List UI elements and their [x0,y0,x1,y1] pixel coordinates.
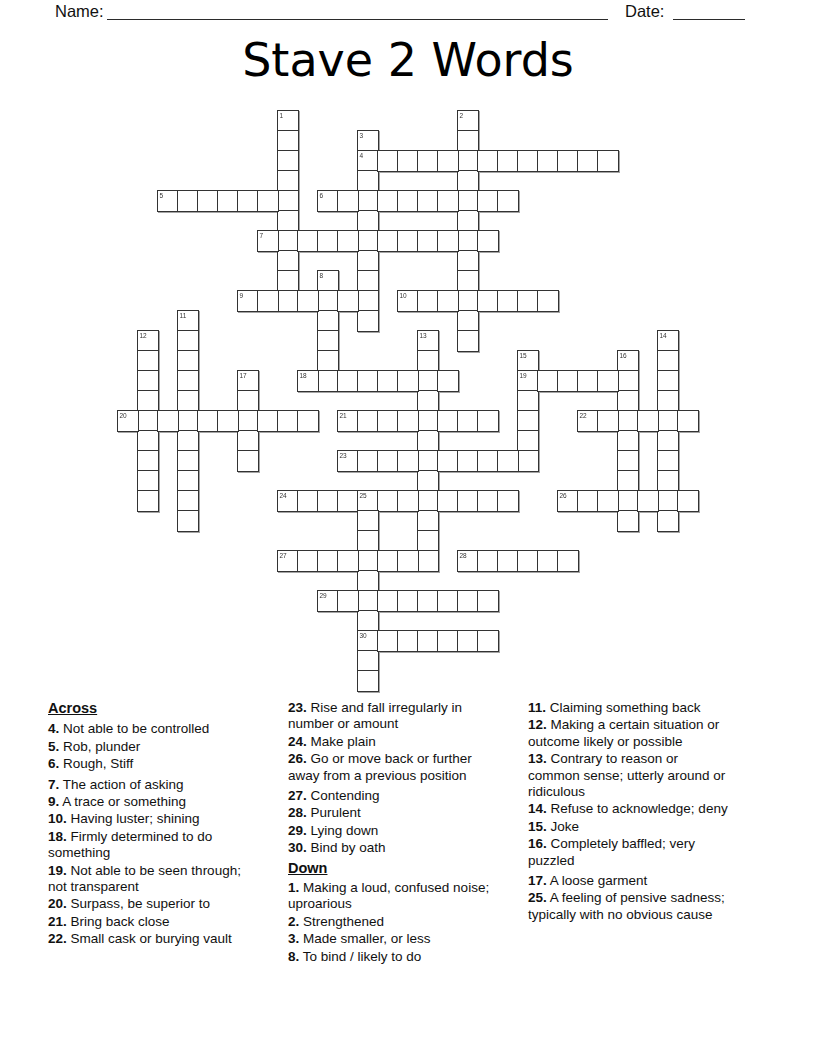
grid-cell-r2-c20[interactable] [517,150,539,172]
cell-number-21: 21 [340,412,347,419]
grid-cell-r4-c6[interactable] [237,190,259,212]
grid-cell-r17-c14[interactable] [397,450,419,472]
cell-number-25: 25 [360,492,367,499]
grid-cell-r6-c11[interactable] [337,230,359,252]
grid-cell-r22-c15[interactable] [417,550,439,572]
grid-cell-r15-c14[interactable] [397,410,419,432]
grid-cell-r17-c27[interactable] [657,450,679,472]
grid-cell-r9-c16[interactable] [437,290,459,312]
grid-cell-r7-c17[interactable] [457,250,479,272]
grid-cell-r26-c12[interactable]: 30 [357,630,379,652]
clue-14-down: 14. Refuse to acknowledge; deny [528,801,728,817]
grid-cell-r22-c18[interactable] [477,550,499,572]
grid-cell-r26-c14[interactable] [397,630,419,652]
grid-cell-r1-c12[interactable]: 3 [357,130,379,152]
grid-cell-r9-c14[interactable]: 10 [397,290,419,312]
cell-number-30: 30 [360,632,367,639]
grid-cell-r4-c10[interactable]: 6 [317,190,339,212]
grid-cell-r19-c28[interactable] [677,490,699,512]
grid-cell-r13-c1[interactable] [137,370,159,392]
grid-cell-r2-c16[interactable] [437,150,459,172]
cell-number-8: 8 [320,272,324,279]
grid-cell-r13-c13[interactable] [377,370,399,392]
grid-cell-r6-c18[interactable] [477,230,499,252]
grid-cell-r19-c9[interactable] [297,490,319,512]
cell-number-29: 29 [320,592,327,599]
grid-cell-r25-c12[interactable] [357,610,379,632]
cell-number-16: 16 [620,352,627,359]
grid-cell-r6-c16[interactable] [437,230,459,252]
grid-cell-r19-c24[interactable] [597,490,619,512]
clue-15-down: 15. Joke [528,819,728,835]
grid-cell-r14-c25[interactable] [617,390,639,412]
grid-cell-r20-c27[interactable] [657,510,679,532]
crossword-grid: 1234567891011121314151916171820212223242… [117,110,699,692]
grid-cell-r10-c3[interactable]: 11 [177,310,199,332]
clue-17-down: 17. A loose garment [528,873,728,889]
grid-cell-r15-c18[interactable] [477,410,499,432]
clue-28-across: 28. Purulent [288,805,491,821]
grid-cell-r2-c19[interactable] [497,150,519,172]
grid-cell-r14-c3[interactable] [177,390,199,412]
grid-cell-r19-c13[interactable] [377,490,399,512]
grid-cell-r22-c21[interactable] [537,550,559,572]
across-clues-part1: 4. Not able to be controlled5. Rob, plun… [48,721,248,947]
grid-cell-r6-c17[interactable] [457,230,479,252]
grid-cell-r4-c4[interactable] [197,190,219,212]
grid-cell-r4-c18[interactable] [477,190,499,212]
grid-cell-r15-c4[interactable] [197,410,219,432]
grid-cell-r24-c16[interactable] [437,590,459,612]
clue-21-across: 21. Bring back close [48,914,248,930]
grid-cell-r13-c11[interactable] [337,370,359,392]
grid-cell-r17-c3[interactable] [177,450,199,472]
grid-cell-r10-c17[interactable] [457,310,479,332]
grid-cell-r24-c15[interactable] [417,590,439,612]
grid-cell-r28-c12[interactable] [357,670,379,692]
grid-cell-r15-c20[interactable] [517,410,539,432]
grid-cell-r13-c14[interactable] [397,370,419,392]
clue-column-right: 11. Claiming something back12. Making a … [528,700,728,924]
clue-5-across: 5. Rob, plunder [48,739,248,755]
grid-cell-r14-c6[interactable] [237,390,259,412]
grid-cell-r16-c27[interactable] [657,430,679,452]
grid-cell-r19-c19[interactable] [497,490,519,512]
grid-cell-r13-c16[interactable] [437,370,459,392]
clue-20-across: 20. Surpass, be superior to [48,896,248,912]
grid-cell-r15-c25[interactable] [617,410,639,432]
grid-cell-r6-c7[interactable]: 7 [257,230,279,252]
grid-cell-r15-c0[interactable]: 20 [117,410,139,432]
grid-cell-r8-c17[interactable] [457,270,479,292]
down-heading: Down [288,860,491,876]
cell-number-27: 27 [280,552,287,559]
grid-cell-r24-c10[interactable]: 29 [317,590,339,612]
clue-26-across: 26. Go or move back or further away from… [288,751,491,784]
grid-cell-r9-c18[interactable] [477,290,499,312]
grid-cell-r5-c12[interactable] [357,210,379,232]
grid-cell-r4-c14[interactable] [397,190,419,212]
grid-cell-r9-c6[interactable]: 9 [237,290,259,312]
grid-cell-r22-c10[interactable] [317,550,339,572]
grid-cell-r16-c6[interactable] [237,430,259,452]
grid-cell-r20-c3[interactable] [177,510,199,532]
grid-cell-r15-c7[interactable] [257,410,279,432]
grid-cell-r26-c13[interactable] [377,630,399,652]
grid-cell-r19-c14[interactable] [397,490,419,512]
clue-8-down: 8. To bind / likely to do [288,949,491,965]
grid-cell-r16-c3[interactable] [177,430,199,452]
cell-number-18: 18 [300,372,307,379]
cell-number-23: 23 [340,452,347,459]
grid-cell-r13-c15[interactable] [417,370,439,392]
grid-cell-r13-c20[interactable]: 19 [517,370,539,392]
cell-number-10: 10 [400,292,407,299]
grid-cell-r4-c13[interactable] [377,190,399,212]
grid-cell-r24-c11[interactable] [337,590,359,612]
grid-cell-r4-c15[interactable] [417,190,439,212]
cell-number-17: 17 [240,372,247,379]
cell-number-7: 7 [260,232,264,239]
grid-cell-r15-c23[interactable]: 22 [577,410,599,432]
grid-cell-r27-c12[interactable] [357,650,379,672]
grid-cell-r14-c20[interactable] [517,390,539,412]
grid-cell-r18-c3[interactable] [177,470,199,492]
grid-cell-r7-c8[interactable] [277,250,299,272]
grid-cell-r13-c27[interactable] [657,370,679,392]
grid-cell-r19-c12[interactable]: 25 [357,490,379,512]
grid-cell-r24-c17[interactable] [457,590,479,612]
grid-cell-r4-c11[interactable] [337,190,359,212]
grid-cell-r11-c3[interactable] [177,330,199,352]
grid-cell-r22-c12[interactable] [357,550,379,572]
grid-cell-r19-c22[interactable]: 26 [557,490,579,512]
grid-cell-r8-c8[interactable] [277,270,299,292]
grid-cell-r8-c12[interactable] [357,270,379,292]
grid-cell-r13-c12[interactable] [357,370,379,392]
grid-cell-r6-c8[interactable] [277,230,299,252]
grid-cell-r24-c13[interactable] [377,590,399,612]
grid-cell-r4-c8[interactable] [277,190,299,212]
clue-7-across: 7. The action of asking [48,777,248,793]
grid-cell-r13-c6[interactable]: 17 [237,370,259,392]
grid-cell-r7-c12[interactable] [357,250,379,272]
clue-24-across: 24. Make plain [288,734,491,750]
grid-cell-r26-c18[interactable] [477,630,499,652]
grid-cell-r2-c14[interactable] [397,150,419,172]
grid-cell-r12-c1[interactable] [137,350,159,372]
grid-cell-r9-c17[interactable] [457,290,479,312]
grid-cell-r21-c15[interactable] [417,530,439,552]
grid-cell-r18-c25[interactable] [617,470,639,492]
grid-cell-r19-c1[interactable] [137,490,159,512]
name-write-line[interactable] [107,1,608,20]
grid-cell-r2-c15[interactable] [417,150,439,172]
grid-cell-r9-c11[interactable] [337,290,359,312]
clue-6-across: 6. Rough, Stiff [48,756,248,772]
grid-cell-r24-c18[interactable] [477,590,499,612]
grid-cell-r15-c24[interactable] [597,410,619,432]
grid-cell-r18-c1[interactable] [137,470,159,492]
grid-cell-r11-c15[interactable]: 13 [417,330,439,352]
clue-1-down: 1. Making a loud, confused noise; uproar… [288,880,491,913]
grid-cell-r19-c10[interactable] [317,490,339,512]
grid-cell-r14-c1[interactable] [137,390,159,412]
date-write-line[interactable] [673,1,745,20]
grid-cell-r26-c15[interactable] [417,630,439,652]
grid-cell-r13-c21[interactable] [537,370,559,392]
grid-cell-r19-c25[interactable] [617,490,639,512]
grid-cell-r15-c15[interactable] [417,410,439,432]
grid-cell-r3-c8[interactable] [277,170,299,192]
clue-19-across: 19. Not able to be seen through; not tra… [48,863,248,896]
cell-number-6: 6 [320,192,324,199]
grid-cell-r15-c13[interactable] [377,410,399,432]
grid-cell-r1-c8[interactable] [277,130,299,152]
grid-cell-r26-c17[interactable] [457,630,479,652]
grid-cell-r22-c17[interactable]: 28 [457,550,479,572]
clue-11-down: 11. Claiming something back [528,700,728,716]
grid-cell-r19-c11[interactable] [337,490,359,512]
grid-cell-r24-c12[interactable] [357,590,379,612]
grid-cell-r0-c8[interactable]: 1 [277,110,299,132]
grid-cell-r11-c17[interactable] [457,330,479,352]
grid-cell-r15-c5[interactable] [217,410,239,432]
grid-cell-r22-c19[interactable] [497,550,519,572]
grid-cell-r1-c17[interactable] [457,130,479,152]
cell-number-2: 2 [460,112,464,119]
grid-cell-r11-c27[interactable]: 14 [657,330,679,352]
clue-12-down: 12. Making a certain situation or outcom… [528,717,728,750]
cell-number-13: 13 [420,332,427,339]
grid-cell-r15-c3[interactable] [177,410,199,432]
grid-cell-r18-c27[interactable] [657,470,679,492]
grid-cell-r15-c11[interactable]: 21 [337,410,359,432]
grid-cell-r13-c24[interactable] [597,370,619,392]
grid-cell-r10-c12[interactable] [357,310,379,332]
grid-cell-r12-c10[interactable] [317,350,339,372]
grid-cell-r2-c12[interactable]: 4 [357,150,379,172]
grid-cell-r22-c22[interactable] [557,550,579,572]
clue-27-across: 27. Contending [288,788,491,804]
grid-cell-r13-c22[interactable] [557,370,579,392]
grid-cell-r9-c7[interactable] [257,290,279,312]
grid-cell-r9-c20[interactable] [517,290,539,312]
grid-cell-r4-c5[interactable] [217,190,239,212]
clue-3-down: 3. Made smaller, or less [288,931,491,947]
grid-cell-r20-c25[interactable] [617,510,639,532]
down-clues-part2: 11. Claiming something back12. Making a … [528,700,728,923]
grid-cell-r19-c17[interactable] [457,490,479,512]
grid-cell-r15-c27[interactable] [657,410,679,432]
cell-number-24: 24 [280,492,287,499]
grid-cell-r19-c27[interactable] [657,490,679,512]
grid-cell-r17-c19[interactable] [497,450,519,472]
cell-number-3: 3 [360,132,364,139]
grid-cell-r13-c3[interactable] [177,370,199,392]
grid-cell-r19-c26[interactable] [637,490,659,512]
grid-cell-r4-c17[interactable] [457,190,479,212]
clue-29-across: 29. Lying down [288,823,491,839]
grid-cell-r24-c14[interactable] [397,590,419,612]
grid-cell-r17-c25[interactable] [617,450,639,472]
grid-cell-r15-c26[interactable] [637,410,659,432]
grid-cell-r9-c8[interactable] [277,290,299,312]
grid-cell-r22-c8[interactable]: 27 [277,550,299,572]
clue-22-across: 22. Small cask or burying vault [48,931,248,947]
grid-cell-r13-c10[interactable] [317,370,339,392]
grid-cell-r9-c12[interactable] [357,290,379,312]
grid-cell-r12-c15[interactable] [417,350,439,372]
grid-cell-r2-c8[interactable] [277,150,299,172]
cell-number-5: 5 [160,192,164,199]
grid-cell-r23-c12[interactable] [357,570,379,592]
grid-cell-r2-c24[interactable] [597,150,619,172]
grid-cell-r18-c15[interactable] [417,470,439,492]
grid-cell-r2-c18[interactable] [477,150,499,172]
grid-cell-r6-c14[interactable] [397,230,419,252]
cell-number-15: 15 [520,352,527,359]
grid-cell-r2-c22[interactable] [557,150,579,172]
grid-cell-r16-c1[interactable] [137,430,159,452]
cell-number-28: 28 [460,552,467,559]
grid-cell-r9-c19[interactable] [497,290,519,312]
clue-25-down: 25. A feeling of pensive sadness; typica… [528,890,728,923]
grid-cell-r6-c15[interactable] [417,230,439,252]
grid-cell-r16-c25[interactable] [617,430,639,452]
grid-cell-r8-c10[interactable]: 8 [317,270,339,292]
grid-cell-r13-c9[interactable]: 18 [297,370,319,392]
grid-cell-r15-c9[interactable] [297,410,319,432]
grid-cell-r17-c15[interactable] [417,450,439,472]
grid-cell-r15-c17[interactable] [457,410,479,432]
grid-cell-r12-c25[interactable]: 16 [617,350,639,372]
grid-cell-r9-c15[interactable] [417,290,439,312]
grid-cell-r16-c20[interactable] [517,430,539,452]
grid-cell-r17-c1[interactable] [137,450,159,472]
grid-cell-r9-c21[interactable] [537,290,559,312]
grid-cell-r11-c1[interactable]: 12 [137,330,159,352]
clue-23-across: 23. Rise and fall irregularly in number … [288,700,491,733]
grid-cell-r26-c16[interactable] [437,630,459,652]
date-label: Date: [625,2,664,21]
grid-cell-r15-c6[interactable] [237,410,259,432]
grid-cell-r17-c18[interactable] [477,450,499,472]
grid-cell-r9-c9[interactable] [297,290,319,312]
grid-cell-r0-c17[interactable]: 2 [457,110,479,132]
grid-cell-r4-c3[interactable] [177,190,199,212]
grid-cell-r15-c16[interactable] [437,410,459,432]
grid-cell-r6-c12[interactable] [357,230,379,252]
cell-number-12: 12 [140,332,147,339]
grid-cell-r15-c1[interactable] [137,410,159,432]
clue-column-left: Across 4. Not able to be controlled5. Ro… [48,700,248,949]
grid-cell-r19-c23[interactable] [577,490,599,512]
grid-cell-r4-c7[interactable] [257,190,279,212]
grid-cell-r6-c10[interactable] [317,230,339,252]
grid-cell-r6-c9[interactable] [297,230,319,252]
grid-cell-r11-c10[interactable] [317,330,339,352]
grid-cell-r15-c28[interactable] [677,410,699,432]
grid-cell-r17-c13[interactable] [377,450,399,472]
grid-cell-r4-c2[interactable]: 5 [157,190,179,212]
grid-cell-r17-c12[interactable] [357,450,379,472]
grid-cell-r22-c20[interactable] [517,550,539,572]
grid-cell-r4-c19[interactable] [497,190,519,212]
grid-cell-r5-c17[interactable] [457,210,479,232]
grid-cell-r15-c8[interactable] [277,410,299,432]
clue-9-across: 9. A trace or something [48,794,248,810]
grid-cell-r9-c10[interactable] [317,290,339,312]
cell-number-1: 1 [280,112,284,119]
cell-number-20: 20 [120,412,127,419]
grid-cell-r21-c12[interactable] [357,530,379,552]
grid-cell-r19-c18[interactable] [477,490,499,512]
grid-cell-r22-c11[interactable] [337,550,359,572]
grid-cell-r4-c12[interactable] [357,190,379,212]
grid-cell-r16-c15[interactable] [417,430,439,452]
cell-number-22: 22 [580,412,587,419]
clue-2-down: 2. Strengthened [288,914,491,930]
clue-10-across: 10. Having luster; shining [48,811,248,827]
grid-cell-r22-c13[interactable] [377,550,399,572]
grid-cell-r20-c12[interactable] [357,510,379,532]
grid-cell-r13-c23[interactable] [577,370,599,392]
clue-18-across: 18. Firmly determined to do something [48,829,248,862]
grid-cell-r12-c3[interactable] [177,350,199,372]
grid-cell-r17-c11[interactable]: 23 [337,450,359,472]
cell-number-9: 9 [240,292,244,299]
grid-cell-r17-c17[interactable] [457,450,479,472]
grid-cell-r14-c27[interactable] [657,390,679,412]
grid-cell-r14-c15[interactable] [417,390,439,412]
grid-cell-r19-c8[interactable]: 24 [277,490,299,512]
grid-cell-r2-c21[interactable] [537,150,559,172]
grid-cell-r19-c16[interactable] [437,490,459,512]
grid-cell-r2-c23[interactable] [577,150,599,172]
cell-number-14: 14 [660,332,667,339]
grid-cell-r6-c13[interactable] [377,230,399,252]
grid-cell-r5-c8[interactable] [277,210,299,232]
grid-cell-r3-c17[interactable] [457,170,479,192]
grid-cell-r12-c20[interactable]: 15 [517,350,539,372]
worksheet-page: Name: Date: Stave 2 Words 12345678910111… [0,0,816,1056]
grid-cell-r17-c6[interactable] [237,450,259,472]
grid-cell-r12-c27[interactable] [657,350,679,372]
grid-cell-r13-c25[interactable] [617,370,639,392]
grid-cell-r15-c2[interactable] [157,410,179,432]
grid-cell-r3-c12[interactable] [357,170,379,192]
grid-cell-r19-c3[interactable] [177,490,199,512]
grid-cell-r20-c15[interactable] [417,510,439,532]
grid-cell-r17-c16[interactable] [437,450,459,472]
across-heading: Across [48,700,248,716]
grid-cell-r4-c16[interactable] [437,190,459,212]
grid-cell-r2-c13[interactable] [377,150,399,172]
clue-16-down: 16. Completely baffled; very puzzled [528,836,728,869]
grid-cell-r2-c17[interactable] [457,150,479,172]
clue-column-middle: 23. Rise and fall irregularly in number … [288,700,491,966]
grid-cell-r10-c10[interactable] [317,310,339,332]
across-clues-part2: 23. Rise and fall irregularly in number … [288,700,491,857]
cell-number-11: 11 [180,312,187,319]
grid-cell-r22-c14[interactable] [397,550,419,572]
grid-cell-r15-c12[interactable] [357,410,379,432]
grid-cell-r17-c20[interactable] [517,450,539,472]
down-clues-part1: 1. Making a loud, confused noise; uproar… [288,880,491,965]
grid-cell-r22-c9[interactable] [297,550,319,572]
grid-cell-r19-c15[interactable] [417,490,439,512]
